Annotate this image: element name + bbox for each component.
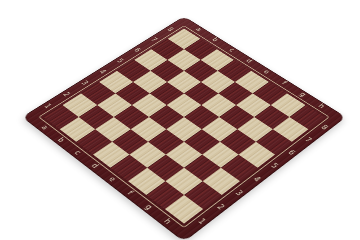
board-grid [44, 29, 325, 224]
photo-background: abcdefgh abcdefgh 87654321 87654321 [0, 0, 360, 240]
board-perspective-wrapper: abcdefgh abcdefgh 87654321 87654321 [22, 16, 346, 240]
chessboard: abcdefgh abcdefgh 87654321 87654321 [22, 16, 346, 240]
